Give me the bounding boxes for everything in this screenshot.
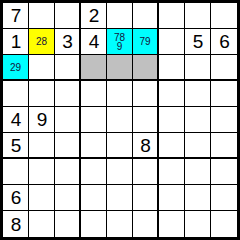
cell-r7c3[interactable] [55,159,81,185]
cell-r1c9[interactable] [211,3,237,29]
cell-r8c5[interactable] [107,185,133,211]
cell-r8c7[interactable] [159,185,185,211]
cell-r2c9[interactable]: 6 [211,29,237,55]
cell-r9c4[interactable] [81,211,107,237]
cell-r3c5[interactable] [107,55,133,81]
cell-r3c8[interactable] [185,55,211,81]
cell-r2c7[interactable] [159,29,185,55]
given-digit: 3 [62,32,72,51]
cell-r3c3[interactable] [55,55,81,81]
cell-r9c3[interactable] [55,211,81,237]
cell-r3c7[interactable] [159,55,185,81]
cell-r1c5[interactable] [107,3,133,29]
cell-r5c4[interactable] [81,107,107,133]
cell-r9c1[interactable]: 8 [3,211,29,237]
cell-r8c3[interactable] [55,185,81,211]
given-digit: 9 [37,110,47,129]
cell-r2c8[interactable]: 5 [185,29,211,55]
given-digit: 8 [11,215,21,234]
cell-r1c8[interactable] [185,3,211,29]
cell-r7c1[interactable] [3,159,29,185]
cell-r5c8[interactable] [185,107,211,133]
cell-r3c9[interactable] [211,55,237,81]
cell-r4c3[interactable] [55,81,81,107]
cell-r5c5[interactable] [107,107,133,133]
cell-r5c9[interactable] [211,107,237,133]
cell-r2c4[interactable]: 4 [81,29,107,55]
cell-r2c6[interactable]: 79 [133,29,159,55]
cell-r9c8[interactable] [185,211,211,237]
cell-r1c7[interactable] [159,3,185,29]
pencil-marks: 789 [114,33,125,51]
cell-r1c6[interactable] [133,3,159,29]
cell-r2c2[interactable]: 28 [29,29,55,55]
cell-r9c7[interactable] [159,211,185,237]
cell-r6c3[interactable] [55,133,81,159]
cell-r9c5[interactable] [107,211,133,237]
given-digit: 4 [89,32,99,51]
cell-r4c1[interactable] [3,81,29,107]
cell-r8c4[interactable] [81,185,107,211]
cell-r7c2[interactable] [29,159,55,185]
given-digit: 1 [11,32,21,51]
given-digit: 6 [11,188,21,207]
given-digit: 4 [11,110,21,129]
cell-r6c6[interactable]: 8 [133,133,159,159]
cell-r4c5[interactable] [107,81,133,107]
given-digit: 8 [140,136,150,155]
given-digit: 7 [11,6,21,25]
pencil-marks: 79 [139,37,150,46]
cell-r5c2[interactable]: 9 [29,107,55,133]
cell-r6c4[interactable] [81,133,107,159]
cell-r1c2[interactable] [29,3,55,29]
cell-r8c2[interactable] [29,185,55,211]
cell-r7c4[interactable] [81,159,107,185]
cell-r7c5[interactable] [107,159,133,185]
cell-r1c1[interactable]: 7 [3,3,29,29]
cell-r6c8[interactable] [185,133,211,159]
cell-r5c1[interactable]: 4 [3,107,29,133]
cell-r8c8[interactable] [185,185,211,211]
cell-r9c9[interactable] [211,211,237,237]
cell-r5c3[interactable] [55,107,81,133]
sudoku-board: 7212834789795629495868 [0,0,240,240]
cell-r4c9[interactable] [211,81,237,107]
cell-r1c4[interactable]: 2 [81,3,107,29]
cell-r4c4[interactable] [81,81,107,107]
cell-r2c1[interactable]: 1 [3,29,29,55]
given-digit: 5 [193,32,203,51]
cell-r8c6[interactable] [133,185,159,211]
cell-r6c7[interactable] [159,133,185,159]
cell-r6c2[interactable] [29,133,55,159]
cell-r3c1[interactable]: 29 [3,55,29,81]
cell-r1c3[interactable] [55,3,81,29]
cell-r5c6[interactable] [133,107,159,133]
cell-r9c6[interactable] [133,211,159,237]
cell-r4c8[interactable] [185,81,211,107]
cell-r7c8[interactable] [185,159,211,185]
cell-r4c6[interactable] [133,81,159,107]
given-digit: 2 [89,6,99,25]
given-digit: 6 [219,32,229,51]
pencil-marks: 28 [36,37,47,46]
cell-r4c2[interactable] [29,81,55,107]
pencil-marks: 29 [10,63,21,72]
cell-r8c9[interactable] [211,185,237,211]
cell-r7c6[interactable] [133,159,159,185]
cell-r8c1[interactable]: 6 [3,185,29,211]
cell-r2c5[interactable]: 789 [107,29,133,55]
cell-r3c2[interactable] [29,55,55,81]
given-digit: 5 [11,136,21,155]
cell-r6c5[interactable] [107,133,133,159]
cell-r9c2[interactable] [29,211,55,237]
cell-r7c9[interactable] [211,159,237,185]
cell-r5c7[interactable] [159,107,185,133]
cell-r6c1[interactable]: 5 [3,133,29,159]
cell-r6c9[interactable] [211,133,237,159]
cell-r4c7[interactable] [159,81,185,107]
cell-r7c7[interactable] [159,159,185,185]
cell-r2c3[interactable]: 3 [55,29,81,55]
cell-r3c4[interactable] [81,55,107,81]
cell-r3c6[interactable] [133,55,159,81]
